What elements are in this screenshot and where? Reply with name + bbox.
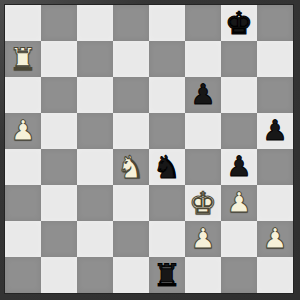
piece-black-pawn[interactable]: ♟ xyxy=(221,149,257,185)
piece-white-pawn[interactable]: ♟ xyxy=(5,113,41,149)
square-b6[interactable] xyxy=(41,77,77,113)
square-g3[interactable]: ♟ xyxy=(221,185,257,221)
square-g2[interactable] xyxy=(221,221,257,257)
square-h3[interactable] xyxy=(257,185,293,221)
square-b7[interactable] xyxy=(41,41,77,77)
square-f1[interactable] xyxy=(185,257,221,293)
square-c3[interactable] xyxy=(77,185,113,221)
square-g4[interactable]: ♟ xyxy=(221,149,257,185)
piece-white-pawn[interactable]: ♟ xyxy=(221,185,257,221)
square-d5[interactable] xyxy=(113,113,149,149)
piece-black-knight[interactable]: ♞ xyxy=(149,149,185,185)
square-e3[interactable] xyxy=(149,185,185,221)
board-frame: ♚♜♟♟♟♞♞♟♚♟♟♟♜ xyxy=(0,0,300,300)
square-g7[interactable] xyxy=(221,41,257,77)
square-c4[interactable] xyxy=(77,149,113,185)
square-b4[interactable] xyxy=(41,149,77,185)
square-e7[interactable] xyxy=(149,41,185,77)
square-f3[interactable]: ♚ xyxy=(185,185,221,221)
square-c8[interactable] xyxy=(77,5,113,41)
square-d3[interactable] xyxy=(113,185,149,221)
square-f2[interactable]: ♟ xyxy=(185,221,221,257)
square-c1[interactable] xyxy=(77,257,113,293)
square-g6[interactable] xyxy=(221,77,257,113)
square-b2[interactable] xyxy=(41,221,77,257)
piece-black-rook[interactable]: ♜ xyxy=(149,257,185,293)
square-a7[interactable]: ♜ xyxy=(5,41,41,77)
square-d8[interactable] xyxy=(113,5,149,41)
square-d1[interactable] xyxy=(113,257,149,293)
square-e1[interactable]: ♜ xyxy=(149,257,185,293)
square-a3[interactable] xyxy=(5,185,41,221)
square-c2[interactable] xyxy=(77,221,113,257)
square-e8[interactable] xyxy=(149,5,185,41)
square-h7[interactable] xyxy=(257,41,293,77)
piece-white-pawn[interactable]: ♟ xyxy=(257,221,293,257)
square-c7[interactable] xyxy=(77,41,113,77)
square-g5[interactable] xyxy=(221,113,257,149)
square-b1[interactable] xyxy=(41,257,77,293)
square-d6[interactable] xyxy=(113,77,149,113)
chess-board: ♚♜♟♟♟♞♞♟♚♟♟♟♜ xyxy=(4,4,294,294)
piece-black-pawn[interactable]: ♟ xyxy=(185,77,221,113)
square-e4[interactable]: ♞ xyxy=(149,149,185,185)
square-h2[interactable]: ♟ xyxy=(257,221,293,257)
square-a4[interactable] xyxy=(5,149,41,185)
square-b5[interactable] xyxy=(41,113,77,149)
square-d2[interactable] xyxy=(113,221,149,257)
square-f7[interactable] xyxy=(185,41,221,77)
square-b3[interactable] xyxy=(41,185,77,221)
square-f8[interactable] xyxy=(185,5,221,41)
piece-white-pawn[interactable]: ♟ xyxy=(185,221,221,257)
piece-black-king[interactable]: ♚ xyxy=(221,5,257,41)
piece-white-knight[interactable]: ♞ xyxy=(113,149,149,185)
square-c5[interactable] xyxy=(77,113,113,149)
square-a2[interactable] xyxy=(5,221,41,257)
square-d7[interactable] xyxy=(113,41,149,77)
square-e5[interactable] xyxy=(149,113,185,149)
square-g1[interactable] xyxy=(221,257,257,293)
square-h8[interactable] xyxy=(257,5,293,41)
piece-white-rook[interactable]: ♜ xyxy=(5,41,41,77)
square-g8[interactable]: ♚ xyxy=(221,5,257,41)
square-h1[interactable] xyxy=(257,257,293,293)
square-e6[interactable] xyxy=(149,77,185,113)
square-h5[interactable]: ♟ xyxy=(257,113,293,149)
square-c6[interactable] xyxy=(77,77,113,113)
square-d4[interactable]: ♞ xyxy=(113,149,149,185)
square-a8[interactable] xyxy=(5,5,41,41)
square-a1[interactable] xyxy=(5,257,41,293)
square-h6[interactable] xyxy=(257,77,293,113)
square-f5[interactable] xyxy=(185,113,221,149)
square-f4[interactable] xyxy=(185,149,221,185)
piece-white-king[interactable]: ♚ xyxy=(185,185,221,221)
square-e2[interactable] xyxy=(149,221,185,257)
square-h4[interactable] xyxy=(257,149,293,185)
square-f6[interactable]: ♟ xyxy=(185,77,221,113)
piece-black-pawn[interactable]: ♟ xyxy=(257,113,293,149)
square-a6[interactable] xyxy=(5,77,41,113)
square-a5[interactable]: ♟ xyxy=(5,113,41,149)
square-b8[interactable] xyxy=(41,5,77,41)
